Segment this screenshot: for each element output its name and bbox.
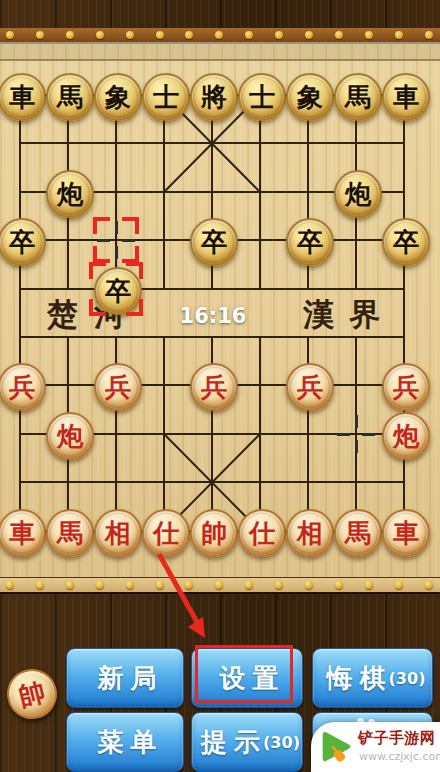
gold-stud: [96, 31, 104, 39]
gold-stud: [36, 31, 44, 39]
piece-glyph: 卒: [297, 220, 323, 264]
gold-stud: [126, 31, 134, 39]
gold-stud: [66, 31, 74, 39]
piece-black-cannon[interactable]: 炮: [46, 170, 94, 218]
piece-red-soldier[interactable]: 兵: [94, 363, 142, 411]
gold-stud: [185, 31, 193, 39]
piece-glyph: 將: [201, 75, 227, 119]
gold-stud: [36, 581, 44, 589]
gold-stud: [305, 31, 313, 39]
piece-glyph: 仕: [153, 511, 179, 555]
gold-stud: [275, 31, 283, 39]
piece-glyph: 卒: [201, 220, 227, 264]
piece-black-horse[interactable]: 馬: [334, 73, 382, 121]
piece-glyph: 兵: [105, 365, 131, 409]
piece-black-advisor[interactable]: 士: [238, 73, 286, 121]
piece-glyph: 士: [153, 75, 179, 119]
gold-stud: [245, 581, 253, 589]
piece-black-soldier[interactable]: 卒: [382, 218, 430, 266]
gold-stud: [425, 581, 433, 589]
menu-button[interactable]: 菜单: [66, 712, 184, 772]
piece-red-advisor[interactable]: 仕: [238, 509, 286, 557]
watermark-url: www.czjxjc.com: [359, 750, 440, 763]
piece-glyph: 馬: [345, 511, 371, 555]
piece-glyph: 馬: [57, 75, 83, 119]
piece-glyph: 車: [9, 75, 35, 119]
piece-black-chariot[interactable]: 車: [0, 73, 46, 121]
piece-red-chariot[interactable]: 車: [0, 509, 46, 557]
piece-black-general[interactable]: 將: [190, 73, 238, 121]
piece-glyph: 仕: [249, 511, 275, 555]
piece-red-cannon[interactable]: 炮: [382, 412, 430, 460]
hint-button[interactable]: 提示(30): [191, 712, 303, 772]
gold-stud: [335, 581, 343, 589]
piece-red-elephant[interactable]: 相: [286, 509, 334, 557]
piece-black-soldier[interactable]: 卒: [286, 218, 334, 266]
river-label-right: 漢界: [303, 297, 395, 331]
new-game-button[interactable]: 新局: [66, 648, 184, 708]
piece-glyph: 車: [393, 75, 419, 119]
piece-glyph: 車: [9, 511, 35, 555]
gold-stud: [335, 31, 343, 39]
gold-stud: [156, 31, 164, 39]
piece-glyph: 卒: [105, 269, 131, 313]
piece-glyph: 士: [249, 75, 275, 119]
gold-stud: [395, 31, 403, 39]
top-frame-strip: [0, 28, 440, 44]
piece-glyph: 相: [105, 511, 131, 555]
red-general-glyph: 帥: [15, 674, 49, 714]
piece-red-soldier[interactable]: 兵: [286, 363, 334, 411]
hint-label: 提示: [194, 725, 267, 760]
piece-glyph: 馬: [345, 75, 371, 119]
piece-glyph: 象: [297, 75, 323, 119]
piece-black-soldier[interactable]: 卒: [190, 218, 238, 266]
piece-glyph: 相: [297, 511, 323, 555]
piece-black-chariot[interactable]: 車: [382, 73, 430, 121]
undo-button[interactable]: 悔棋(30): [312, 648, 433, 708]
new-game-label: 新局: [91, 661, 164, 696]
watermark-title: 铲子手游网: [358, 729, 436, 748]
piece-glyph: 兵: [9, 365, 35, 409]
piece-glyph: 兵: [297, 365, 323, 409]
piece-glyph: 炮: [57, 414, 83, 458]
piece-black-elephant[interactable]: 象: [286, 73, 334, 121]
piece-glyph: 兵: [201, 365, 227, 409]
undo-label: 悔棋: [320, 661, 393, 696]
settings-label: 设置: [213, 661, 286, 696]
gold-stud: [425, 31, 433, 39]
piece-black-horse[interactable]: 馬: [46, 73, 94, 121]
gold-stud: [275, 581, 283, 589]
piece-glyph: 炮: [57, 172, 83, 216]
piece-glyph: 帥: [201, 511, 227, 555]
gold-stud: [96, 581, 104, 589]
piece-glyph: 馬: [57, 511, 83, 555]
piece-red-horse[interactable]: 馬: [334, 509, 382, 557]
gold-stud: [245, 31, 253, 39]
piece-red-advisor[interactable]: 仕: [142, 509, 190, 557]
gold-stud: [156, 581, 164, 589]
hint-count: (30): [263, 733, 300, 752]
undo-count: (30): [389, 669, 426, 688]
piece-red-horse[interactable]: 馬: [46, 509, 94, 557]
red-turn-badge: 帥: [2, 664, 63, 725]
shovel-cursor-logo-icon: [316, 727, 356, 769]
piece-black-advisor[interactable]: 士: [142, 73, 190, 121]
piece-glyph: 炮: [345, 172, 371, 216]
piece-glyph: 兵: [393, 365, 419, 409]
piece-glyph: 象: [105, 75, 131, 119]
gold-stud: [215, 31, 223, 39]
piece-red-chariot[interactable]: 車: [382, 509, 430, 557]
bottom-frame-strip: [0, 577, 440, 594]
piece-glyph: 卒: [393, 220, 419, 264]
piece-red-soldier[interactable]: 兵: [0, 363, 46, 411]
piece-black-elephant[interactable]: 象: [94, 73, 142, 121]
piece-glyph: 車: [393, 511, 419, 555]
piece-black-cannon[interactable]: 炮: [334, 170, 382, 218]
piece-red-general[interactable]: 帥: [190, 509, 238, 557]
gold-stud: [365, 581, 373, 589]
piece-red-soldier[interactable]: 兵: [382, 363, 430, 411]
menu-label: 菜单: [91, 725, 164, 760]
gold-stud: [66, 581, 74, 589]
gold-stud: [185, 581, 193, 589]
piece-glyph: 卒: [9, 220, 35, 264]
game-clock: 16:16: [173, 304, 253, 328]
piece-black-soldier[interactable]: 卒: [0, 218, 46, 266]
app-screen: 楚河 漢界 16:16 車馬象士將士象馬車炮炮卒卒卒卒卒兵兵兵兵兵炮炮車馬相仕帥…: [0, 0, 440, 772]
piece-red-cannon[interactable]: 炮: [46, 412, 94, 460]
gold-stud: [126, 581, 134, 589]
gold-stud: [305, 581, 313, 589]
piece-red-soldier[interactable]: 兵: [190, 363, 238, 411]
piece-glyph: 炮: [393, 414, 419, 458]
piece-red-elephant[interactable]: 相: [94, 509, 142, 557]
piece-black-soldier[interactable]: 卒: [94, 267, 142, 315]
gold-stud: [215, 581, 223, 589]
gold-stud: [395, 581, 403, 589]
settings-button[interactable]: 设置: [191, 648, 303, 708]
gold-stud: [365, 31, 373, 39]
gold-stud: [6, 581, 14, 589]
gold-stud: [6, 31, 14, 39]
watermark: 铲子手游网 www.czjxjc.com: [311, 722, 440, 772]
